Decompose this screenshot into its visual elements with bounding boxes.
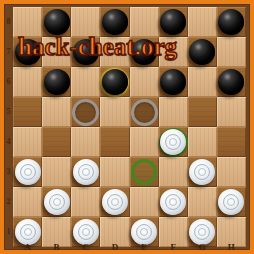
square-c6[interactable] — [71, 67, 100, 97]
gray-circle-marker[interactable] — [72, 99, 99, 126]
rank-label-5: 5 — [4, 108, 13, 116]
file-label-f: F — [159, 244, 188, 250]
square-h5[interactable] — [217, 97, 246, 127]
watermark-text: hack-cheat.org — [18, 33, 177, 61]
white-piece-h2[interactable] — [218, 189, 244, 215]
square-d2[interactable] — [100, 187, 129, 217]
square-e4[interactable] — [130, 127, 159, 157]
white-piece-f2[interactable] — [160, 189, 186, 215]
white-piece-d2[interactable] — [102, 189, 128, 215]
square-g3[interactable] — [188, 157, 217, 187]
rank-label-6: 6 — [4, 78, 13, 86]
square-a2[interactable] — [13, 187, 42, 217]
square-d6[interactable] — [100, 67, 129, 97]
file-label-c: C — [71, 244, 100, 250]
white-piece-c3[interactable] — [73, 159, 99, 185]
square-d3[interactable] — [100, 157, 129, 187]
gray-circle-marker[interactable] — [131, 99, 158, 126]
black-piece-b6[interactable] — [44, 69, 70, 95]
square-h8[interactable] — [217, 7, 246, 37]
green-circle-marker[interactable] — [131, 159, 157, 185]
square-b3[interactable] — [42, 157, 71, 187]
square-b2[interactable] — [42, 187, 71, 217]
checkers-app-window: 87654321 ABCDEFGH hack-cheat.org — [0, 0, 254, 254]
square-g6[interactable] — [188, 67, 217, 97]
black-piece-f8[interactable] — [160, 9, 186, 35]
white-piece-g3[interactable] — [189, 159, 215, 185]
square-f4[interactable] — [159, 127, 188, 157]
white-piece-a3[interactable] — [15, 159, 41, 185]
square-c3[interactable] — [71, 157, 100, 187]
square-h4[interactable] — [217, 127, 246, 157]
square-f3[interactable] — [159, 157, 188, 187]
square-a4[interactable] — [13, 127, 42, 157]
white-piece-f4[interactable] — [160, 129, 186, 155]
white-piece-b2[interactable] — [44, 189, 70, 215]
square-d5[interactable] — [100, 97, 129, 127]
square-c4[interactable] — [71, 127, 100, 157]
square-a6[interactable] — [13, 67, 42, 97]
square-e5[interactable] — [130, 97, 159, 127]
square-a3[interactable] — [13, 157, 42, 187]
file-label-e: E — [130, 244, 159, 250]
square-g8[interactable] — [188, 7, 217, 37]
file-label-g: G — [188, 244, 217, 250]
square-h6[interactable] — [217, 67, 246, 97]
square-g4[interactable] — [188, 127, 217, 157]
square-g7[interactable] — [188, 37, 217, 67]
square-b5[interactable] — [42, 97, 71, 127]
square-b4[interactable] — [42, 127, 71, 157]
square-e6[interactable] — [130, 67, 159, 97]
square-e3[interactable] — [130, 157, 159, 187]
file-label-d: D — [100, 244, 129, 250]
square-b6[interactable] — [42, 67, 71, 97]
black-piece-d6[interactable] — [102, 69, 128, 95]
square-f2[interactable] — [159, 187, 188, 217]
square-c5[interactable] — [71, 97, 100, 127]
file-label-h: H — [217, 244, 246, 250]
rank-label-2: 2 — [4, 198, 13, 206]
file-label-b: B — [42, 244, 71, 250]
square-c2[interactable] — [71, 187, 100, 217]
black-piece-g7[interactable] — [189, 39, 215, 65]
black-piece-d8[interactable] — [102, 9, 128, 35]
square-a5[interactable] — [13, 97, 42, 127]
square-h7[interactable] — [217, 37, 246, 67]
square-f5[interactable] — [159, 97, 188, 127]
square-e2[interactable] — [130, 187, 159, 217]
black-piece-f6[interactable] — [160, 69, 186, 95]
square-h3[interactable] — [217, 157, 246, 187]
rank-label-1: 1 — [4, 228, 13, 236]
square-d4[interactable] — [100, 127, 129, 157]
black-piece-b8[interactable] — [44, 9, 70, 35]
black-piece-h8[interactable] — [218, 9, 244, 35]
rank-label-7: 7 — [4, 48, 13, 56]
file-label-a: A — [13, 244, 42, 250]
rank-label-8: 8 — [4, 18, 13, 26]
rank-label-4: 4 — [4, 138, 13, 146]
square-g2[interactable] — [188, 187, 217, 217]
square-f6[interactable] — [159, 67, 188, 97]
square-g5[interactable] — [188, 97, 217, 127]
square-h2[interactable] — [217, 187, 246, 217]
rank-label-3: 3 — [4, 168, 13, 176]
black-piece-h6[interactable] — [218, 69, 244, 95]
